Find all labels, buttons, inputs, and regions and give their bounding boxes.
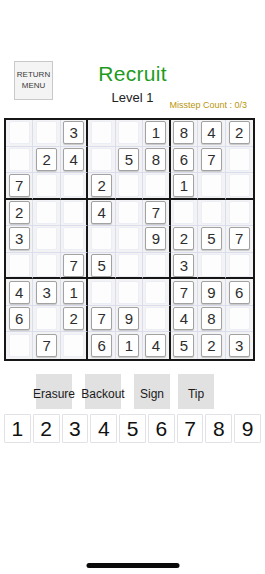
empty-cell-box xyxy=(91,148,112,171)
sudoku-cell-r3c9[interactable] xyxy=(226,173,253,200)
sudoku-cell-r4c3[interactable] xyxy=(61,200,88,227)
sudoku-cell-r1c1[interactable] xyxy=(6,120,33,147)
empty-cell-box xyxy=(9,121,30,144)
given-digit: 2 xyxy=(229,121,250,144)
sudoku-cell-r4c4[interactable]: 4 xyxy=(88,200,115,227)
given-digit: 4 xyxy=(9,281,30,304)
empty-cell-box xyxy=(36,254,57,277)
sudoku-cell-r9c8[interactable]: 2 xyxy=(198,332,225,359)
empty-cell-box xyxy=(118,254,139,277)
sudoku-cell-r2c3[interactable]: 4 xyxy=(61,147,88,174)
game-title: Recruit xyxy=(0,62,265,86)
given-digit: 7 xyxy=(145,201,166,224)
sudoku-cell-r6c8[interactable] xyxy=(198,253,225,280)
given-digit: 5 xyxy=(91,254,112,277)
given-digit: 7 xyxy=(91,307,112,330)
empty-cell-box xyxy=(9,334,30,357)
sudoku-cell-r7c2[interactable]: 3 xyxy=(33,279,60,306)
sudoku-cell-r2c6[interactable]: 8 xyxy=(143,147,170,174)
sudoku-cell-r9c9[interactable]: 3 xyxy=(226,332,253,359)
sudoku-cell-r9c6[interactable]: 4 xyxy=(143,332,170,359)
number-button-4[interactable]: 4 xyxy=(90,414,117,443)
given-digit: 7 xyxy=(9,174,30,197)
sudoku-cell-r2c7[interactable]: 6 xyxy=(171,147,198,174)
given-digit: 8 xyxy=(173,121,194,144)
sudoku-cell-r1c4[interactable] xyxy=(88,120,115,147)
sudoku-cell-r8c3[interactable]: 2 xyxy=(61,306,88,333)
empty-cell-box xyxy=(63,174,84,197)
sudoku-cell-r8c6[interactable] xyxy=(143,306,170,333)
sudoku-cell-r1c3[interactable]: 3 xyxy=(61,120,88,147)
empty-cell-box xyxy=(91,121,112,144)
sudoku-cell-r9c4[interactable]: 6 xyxy=(88,332,115,359)
given-digit: 7 xyxy=(63,254,84,277)
empty-cell-box xyxy=(201,174,222,197)
sudoku-cell-r4c2[interactable] xyxy=(33,200,60,227)
number-button-2[interactable]: 2 xyxy=(33,414,60,443)
given-digit: 2 xyxy=(63,307,84,330)
sudoku-cell-r8c5[interactable]: 9 xyxy=(116,306,143,333)
sudoku-cell-r3c6[interactable] xyxy=(143,173,170,200)
number-button-6[interactable]: 6 xyxy=(148,414,175,443)
sudoku-cell-r4c5[interactable] xyxy=(116,200,143,227)
given-digit: 3 xyxy=(36,281,57,304)
sudoku-cell-r2c9[interactable] xyxy=(226,147,253,174)
sudoku-cell-r5c3[interactable] xyxy=(61,226,88,253)
home-indicator xyxy=(86,563,179,568)
empty-cell-box xyxy=(173,201,194,224)
given-digit: 5 xyxy=(173,334,194,357)
action-button-label: Erasure xyxy=(33,387,75,401)
sudoku-cell-r3c1[interactable]: 7 xyxy=(6,173,33,200)
sudoku-cell-r5c7[interactable]: 2 xyxy=(171,226,198,253)
sudoku-cell-r1c9[interactable]: 2 xyxy=(226,120,253,147)
sudoku-cell-r1c7[interactable]: 8 xyxy=(171,120,198,147)
sudoku-cell-r6c7[interactable]: 3 xyxy=(171,253,198,280)
empty-cell-box xyxy=(36,307,57,330)
action-button-label: Tip xyxy=(188,387,204,401)
empty-cell-box xyxy=(9,254,30,277)
given-digit: 7 xyxy=(173,281,194,304)
given-digit: 1 xyxy=(145,121,166,144)
action-button-label: Backout xyxy=(81,387,124,401)
sudoku-cell-r2c5[interactable]: 5 xyxy=(116,147,143,174)
given-digit: 2 xyxy=(9,201,30,224)
sudoku-cell-r9c3[interactable] xyxy=(61,332,88,359)
given-digit: 8 xyxy=(201,307,222,330)
given-digit: 1 xyxy=(173,174,194,197)
misstep-count: Misstep Count : 0/3 xyxy=(169,100,247,110)
sudoku-cell-r5c6[interactable]: 9 xyxy=(143,226,170,253)
empty-cell-box xyxy=(36,201,57,224)
empty-cell-box xyxy=(118,227,139,250)
empty-cell-box xyxy=(91,227,112,250)
sudoku-cell-r6c4[interactable]: 5 xyxy=(88,253,115,280)
sudoku-cell-r8c9[interactable] xyxy=(226,306,253,333)
sudoku-cell-r6c1[interactable] xyxy=(6,253,33,280)
given-digit: 7 xyxy=(201,148,222,171)
sudoku-cell-r1c6[interactable]: 1 xyxy=(143,120,170,147)
empty-cell-box xyxy=(145,254,166,277)
given-digit: 3 xyxy=(9,227,30,250)
given-digit: 3 xyxy=(63,121,84,144)
given-digit: 4 xyxy=(145,334,166,357)
given-digit: 5 xyxy=(201,227,222,250)
sudoku-cell-r5c2[interactable] xyxy=(33,226,60,253)
sudoku-cell-r3c5[interactable] xyxy=(116,173,143,200)
empty-cell-box xyxy=(118,174,139,197)
given-digit: 9 xyxy=(145,227,166,250)
given-digit: 6 xyxy=(173,148,194,171)
sudoku-cell-r7c1[interactable]: 4 xyxy=(6,279,33,306)
empty-cell-box xyxy=(9,148,30,171)
sudoku-cell-r4c1[interactable]: 2 xyxy=(6,200,33,227)
number-button-5[interactable]: 5 xyxy=(119,414,146,443)
given-digit: 6 xyxy=(9,307,30,330)
sudoku-cell-r2c4[interactable] xyxy=(88,147,115,174)
empty-cell-box xyxy=(118,121,139,144)
empty-cell-box xyxy=(36,227,57,250)
empty-cell-box xyxy=(36,174,57,197)
given-digit: 4 xyxy=(91,201,112,224)
sudoku-cell-r2c2[interactable]: 2 xyxy=(33,147,60,174)
sudoku-cell-r5c5[interactable] xyxy=(116,226,143,253)
action-button-sign[interactable]: Sign xyxy=(134,374,170,409)
sudoku-cell-r6c9[interactable] xyxy=(226,253,253,280)
empty-cell-box xyxy=(118,201,139,224)
given-digit: 6 xyxy=(91,334,112,357)
sudoku-cell-r6c6[interactable] xyxy=(143,253,170,280)
empty-cell-box xyxy=(145,307,166,330)
sudoku-cell-r3c2[interactable] xyxy=(33,173,60,200)
sudoku-cell-r5c1[interactable]: 3 xyxy=(6,226,33,253)
sudoku-cell-r8c8[interactable]: 8 xyxy=(198,306,225,333)
given-digit: 9 xyxy=(201,281,222,304)
sudoku-cell-r6c2[interactable] xyxy=(33,253,60,280)
empty-cell-box xyxy=(145,281,166,304)
given-digit: 7 xyxy=(229,227,250,250)
empty-cell-box xyxy=(229,254,250,277)
given-digit: 2 xyxy=(173,227,194,250)
given-digit: 1 xyxy=(63,281,84,304)
sudoku-cell-r4c9[interactable] xyxy=(226,200,253,227)
sudoku-cell-r3c4[interactable]: 2 xyxy=(88,173,115,200)
sudoku-cell-r4c7[interactable] xyxy=(171,200,198,227)
empty-cell-box xyxy=(91,281,112,304)
sudoku-cell-r3c3[interactable] xyxy=(61,173,88,200)
number-button-1[interactable]: 1 xyxy=(4,414,31,443)
sudoku-cell-r9c2[interactable]: 7 xyxy=(33,332,60,359)
sudoku-cell-r3c8[interactable] xyxy=(198,173,225,200)
empty-cell-box xyxy=(229,148,250,171)
sudoku-cell-r1c8[interactable]: 4 xyxy=(198,120,225,147)
sudoku-cell-r4c6[interactable]: 7 xyxy=(143,200,170,227)
given-digit: 3 xyxy=(229,334,250,357)
given-digit: 2 xyxy=(36,148,57,171)
given-digit: 4 xyxy=(173,307,194,330)
sudoku-cell-r7c9[interactable]: 6 xyxy=(226,279,253,306)
number-button-9[interactable]: 9 xyxy=(234,414,261,443)
sudoku-cell-r6c5[interactable] xyxy=(116,253,143,280)
given-digit: 8 xyxy=(145,148,166,171)
number-pad: 123456789 xyxy=(4,414,261,443)
sudoku-cell-r9c5[interactable]: 1 xyxy=(116,332,143,359)
sudoku-cell-r9c7[interactable]: 5 xyxy=(171,332,198,359)
sudoku-cell-r5c8[interactable]: 5 xyxy=(198,226,225,253)
empty-cell-box xyxy=(145,174,166,197)
sudoku-cell-r4c8[interactable] xyxy=(198,200,225,227)
given-digit: 6 xyxy=(229,281,250,304)
sudoku-cell-r1c2[interactable] xyxy=(33,120,60,147)
sudoku-cell-r7c6[interactable] xyxy=(143,279,170,306)
action-button-erasure[interactable]: Erasure xyxy=(36,374,72,409)
empty-cell-box xyxy=(201,254,222,277)
sudoku-cell-r6c3[interactable]: 7 xyxy=(61,253,88,280)
given-digit: 5 xyxy=(118,148,139,171)
sudoku-cell-r7c7[interactable]: 7 xyxy=(171,279,198,306)
sudoku-cell-r7c5[interactable] xyxy=(116,279,143,306)
empty-cell-box xyxy=(229,174,250,197)
app-screen: RETURN MENU Recruit Level 1 Misstep Coun… xyxy=(0,0,265,574)
sudoku-cell-r2c1[interactable] xyxy=(6,147,33,174)
number-button-7[interactable]: 7 xyxy=(177,414,204,443)
number-button-3[interactable]: 3 xyxy=(62,414,89,443)
given-digit: 7 xyxy=(36,334,57,357)
empty-cell-box xyxy=(63,201,84,224)
empty-cell-box xyxy=(63,227,84,250)
sudoku-cell-r7c8[interactable]: 9 xyxy=(198,279,225,306)
sudoku-cell-r7c4[interactable] xyxy=(88,279,115,306)
number-button-8[interactable]: 8 xyxy=(205,414,232,443)
sudoku-cell-r5c4[interactable] xyxy=(88,226,115,253)
given-digit: 1 xyxy=(118,334,139,357)
empty-cell-box xyxy=(201,201,222,224)
sudoku-cell-r8c2[interactable] xyxy=(33,306,60,333)
sudoku-cell-r3c7[interactable]: 1 xyxy=(171,173,198,200)
sudoku-cell-r7c3[interactable]: 1 xyxy=(61,279,88,306)
sudoku-cell-r1c5[interactable] xyxy=(116,120,143,147)
given-digit: 9 xyxy=(118,307,139,330)
sudoku-cell-r8c7[interactable]: 4 xyxy=(171,306,198,333)
empty-cell-box xyxy=(36,121,57,144)
given-digit: 2 xyxy=(201,334,222,357)
empty-cell-box xyxy=(229,201,250,224)
action-button-backout[interactable]: Backout xyxy=(85,374,121,409)
given-digit: 4 xyxy=(201,121,222,144)
sudoku-board: 3184224586772124739257753431796627948761… xyxy=(4,118,255,361)
sudoku-cell-r8c1[interactable]: 6 xyxy=(6,306,33,333)
given-digit: 2 xyxy=(91,174,112,197)
sudoku-cell-r5c9[interactable]: 7 xyxy=(226,226,253,253)
sudoku-cell-r9c1[interactable] xyxy=(6,332,33,359)
sudoku-cell-r8c4[interactable]: 7 xyxy=(88,306,115,333)
given-digit: 4 xyxy=(63,148,84,171)
action-button-tip[interactable]: Tip xyxy=(178,374,214,409)
empty-cell-box xyxy=(63,334,84,357)
action-button-label: Sign xyxy=(140,387,164,401)
sudoku-cell-r2c8[interactable]: 7 xyxy=(198,147,225,174)
given-digit: 3 xyxy=(173,254,194,277)
empty-cell-box xyxy=(229,307,250,330)
empty-cell-box xyxy=(118,281,139,304)
